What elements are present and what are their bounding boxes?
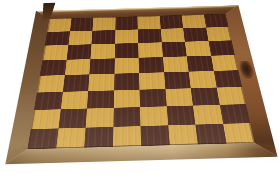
square-f8[interactable] (159, 15, 183, 29)
square-d8[interactable] (115, 16, 138, 30)
square-b8[interactable] (70, 18, 94, 32)
square-g6[interactable] (185, 41, 211, 56)
square-a8[interactable] (47, 18, 71, 32)
square-e4[interactable] (139, 72, 165, 89)
square-f2[interactable] (166, 106, 195, 126)
square-e5[interactable] (139, 57, 164, 73)
square-h3[interactable] (216, 87, 246, 105)
square-f3[interactable] (165, 88, 193, 106)
square-c4[interactable] (88, 74, 114, 91)
square-g7[interactable] (183, 27, 208, 41)
square-b3[interactable] (60, 91, 88, 109)
square-a7[interactable] (45, 31, 70, 45)
square-b1[interactable] (56, 127, 86, 148)
square-h8[interactable] (204, 14, 229, 28)
square-a6[interactable] (42, 45, 68, 60)
square-d3[interactable] (113, 89, 139, 107)
square-f7[interactable] (160, 28, 184, 42)
square-f6[interactable] (162, 42, 187, 57)
square-g2[interactable] (193, 105, 223, 124)
square-b4[interactable] (63, 74, 90, 91)
square-e3[interactable] (139, 89, 166, 107)
square-d2[interactable] (113, 107, 140, 127)
square-h1[interactable] (223, 123, 255, 144)
square-f1[interactable] (168, 124, 198, 145)
square-d6[interactable] (115, 43, 139, 58)
square-c1[interactable] (84, 127, 113, 148)
square-b5[interactable] (65, 59, 91, 75)
wood-knot-icon (238, 61, 256, 80)
square-d1[interactable] (113, 126, 141, 147)
square-a5[interactable] (40, 60, 67, 76)
square-h7[interactable] (206, 27, 232, 41)
square-f5[interactable] (163, 56, 189, 72)
square-c3[interactable] (87, 90, 114, 108)
square-c8[interactable] (92, 17, 115, 31)
square-h2[interactable] (219, 104, 250, 123)
board-photo (0, 0, 280, 179)
square-a2[interactable] (31, 109, 61, 129)
square-c7[interactable] (91, 30, 115, 44)
square-e6[interactable] (138, 42, 162, 57)
square-g3[interactable] (191, 87, 220, 105)
square-g5[interactable] (187, 56, 214, 72)
board-grid (27, 14, 254, 149)
square-a3[interactable] (34, 92, 63, 110)
square-c2[interactable] (86, 108, 114, 128)
chessboard (5, 5, 277, 164)
square-f4[interactable] (164, 72, 191, 89)
square-g8[interactable] (182, 14, 206, 28)
square-c6[interactable] (90, 44, 114, 59)
square-h6[interactable] (208, 40, 235, 55)
square-e1[interactable] (140, 125, 169, 146)
square-h5[interactable] (211, 55, 239, 71)
square-d7[interactable] (115, 29, 138, 43)
square-e8[interactable] (137, 16, 160, 30)
square-c5[interactable] (89, 58, 114, 74)
square-b2[interactable] (58, 109, 87, 129)
square-b6[interactable] (66, 44, 91, 59)
square-g1[interactable] (195, 124, 226, 145)
square-h4[interactable] (213, 70, 242, 87)
square-d4[interactable] (114, 73, 140, 90)
square-d5[interactable] (114, 58, 139, 74)
square-b7[interactable] (68, 31, 92, 45)
square-a4[interactable] (37, 75, 65, 92)
square-a1[interactable] (27, 128, 58, 149)
square-e7[interactable] (138, 29, 162, 43)
square-g4[interactable] (189, 71, 217, 88)
square-e2[interactable] (140, 106, 168, 126)
